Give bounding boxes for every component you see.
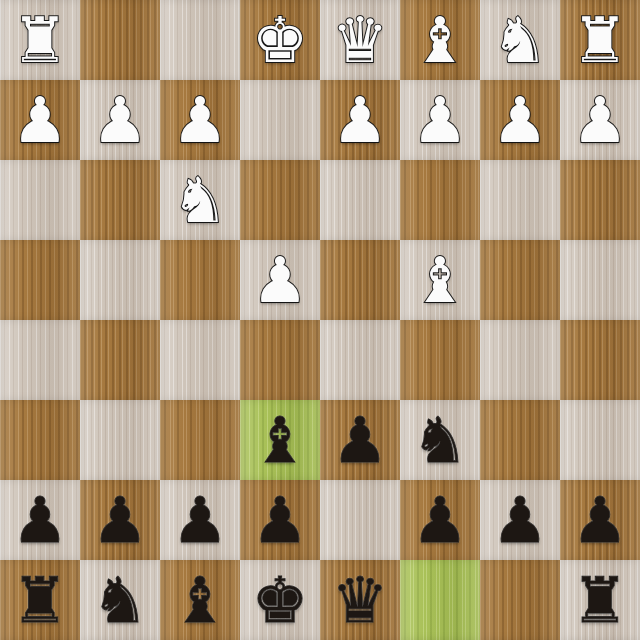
- square-g2[interactable]: ♟: [80, 80, 160, 160]
- square-h8[interactable]: ♜: [0, 560, 80, 640]
- square-f1[interactable]: [160, 0, 240, 80]
- square-b3[interactable]: [480, 160, 560, 240]
- square-g5[interactable]: [80, 320, 160, 400]
- square-h7[interactable]: ♟: [0, 480, 80, 560]
- square-f4[interactable]: [160, 240, 240, 320]
- square-d8[interactable]: ♛: [320, 560, 400, 640]
- piece-black-pawn[interactable]: ♟: [572, 489, 628, 552]
- piece-white-pawn[interactable]: ♟: [332, 89, 388, 152]
- piece-black-pawn[interactable]: ♟: [332, 409, 388, 472]
- piece-black-knight[interactable]: ♞: [412, 409, 468, 472]
- square-e6[interactable]: ♝: [240, 400, 320, 480]
- square-c7[interactable]: ♟: [400, 480, 480, 560]
- square-d1[interactable]: ♛: [320, 0, 400, 80]
- piece-black-bishop[interactable]: ♝: [172, 569, 228, 632]
- piece-black-rook[interactable]: ♜: [572, 569, 628, 632]
- piece-white-pawn[interactable]: ♟: [172, 89, 228, 152]
- piece-black-pawn[interactable]: ♟: [12, 489, 68, 552]
- piece-black-rook[interactable]: ♜: [12, 569, 68, 632]
- square-h3[interactable]: [0, 160, 80, 240]
- piece-white-pawn[interactable]: ♟: [92, 89, 148, 152]
- piece-white-pawn[interactable]: ♟: [412, 89, 468, 152]
- square-b4[interactable]: [480, 240, 560, 320]
- piece-black-pawn[interactable]: ♟: [252, 489, 308, 552]
- square-f8[interactable]: ♝: [160, 560, 240, 640]
- square-c3[interactable]: [400, 160, 480, 240]
- piece-black-bishop[interactable]: ♝: [252, 409, 308, 472]
- square-a7[interactable]: ♟: [560, 480, 640, 560]
- square-f2[interactable]: ♟: [160, 80, 240, 160]
- square-d4[interactable]: [320, 240, 400, 320]
- square-c2[interactable]: ♟: [400, 80, 480, 160]
- square-e2[interactable]: [240, 80, 320, 160]
- square-h6[interactable]: [0, 400, 80, 480]
- square-g6[interactable]: [80, 400, 160, 480]
- square-h5[interactable]: [0, 320, 80, 400]
- square-c6[interactable]: ♞: [400, 400, 480, 480]
- piece-white-bishop[interactable]: ♝: [412, 9, 468, 72]
- square-d5[interactable]: [320, 320, 400, 400]
- square-f7[interactable]: ♟: [160, 480, 240, 560]
- square-e1[interactable]: ♚: [240, 0, 320, 80]
- square-a2[interactable]: ♟: [560, 80, 640, 160]
- square-a1[interactable]: ♜: [560, 0, 640, 80]
- square-d6[interactable]: ♟: [320, 400, 400, 480]
- piece-white-pawn[interactable]: ♟: [572, 89, 628, 152]
- square-h1[interactable]: ♜: [0, 0, 80, 80]
- square-a4[interactable]: [560, 240, 640, 320]
- piece-white-king[interactable]: ♚: [252, 9, 308, 72]
- piece-white-pawn[interactable]: ♟: [12, 89, 68, 152]
- square-d2[interactable]: ♟: [320, 80, 400, 160]
- piece-white-rook[interactable]: ♜: [572, 9, 628, 72]
- square-f6[interactable]: [160, 400, 240, 480]
- piece-black-pawn[interactable]: ♟: [412, 489, 468, 552]
- square-a3[interactable]: [560, 160, 640, 240]
- square-g3[interactable]: [80, 160, 160, 240]
- piece-white-pawn[interactable]: ♟: [252, 249, 308, 312]
- piece-white-knight[interactable]: ♞: [172, 169, 228, 232]
- square-c5[interactable]: [400, 320, 480, 400]
- square-b5[interactable]: [480, 320, 560, 400]
- square-g1[interactable]: [80, 0, 160, 80]
- square-c4[interactable]: ♝: [400, 240, 480, 320]
- square-e4[interactable]: ♟: [240, 240, 320, 320]
- square-f3[interactable]: ♞: [160, 160, 240, 240]
- square-e7[interactable]: ♟: [240, 480, 320, 560]
- square-f5[interactable]: [160, 320, 240, 400]
- piece-white-bishop[interactable]: ♝: [412, 249, 468, 312]
- piece-black-pawn[interactable]: ♟: [172, 489, 228, 552]
- piece-white-knight[interactable]: ♞: [492, 9, 548, 72]
- square-a8[interactable]: ♜: [560, 560, 640, 640]
- square-g4[interactable]: [80, 240, 160, 320]
- square-b2[interactable]: ♟: [480, 80, 560, 160]
- square-b1[interactable]: ♞: [480, 0, 560, 80]
- square-e8[interactable]: ♚: [240, 560, 320, 640]
- piece-black-king[interactable]: ♚: [252, 569, 308, 632]
- piece-white-pawn[interactable]: ♟: [492, 89, 548, 152]
- square-b7[interactable]: ♟: [480, 480, 560, 560]
- square-e5[interactable]: [240, 320, 320, 400]
- square-g7[interactable]: ♟: [80, 480, 160, 560]
- square-d3[interactable]: [320, 160, 400, 240]
- square-e3[interactable]: [240, 160, 320, 240]
- piece-white-queen[interactable]: ♛: [332, 9, 388, 72]
- piece-white-rook[interactable]: ♜: [12, 9, 68, 72]
- square-a6[interactable]: [560, 400, 640, 480]
- square-h2[interactable]: ♟: [0, 80, 80, 160]
- square-h4[interactable]: [0, 240, 80, 320]
- piece-black-pawn[interactable]: ♟: [492, 489, 548, 552]
- square-c8[interactable]: [400, 560, 480, 640]
- chess-board-container: ♜♚♛♝♞♜♟♟♟♟♟♟♟♞♟♝♝♟♞♟♟♟♟♟♟♟♜♞♝♚♛♜: [0, 0, 640, 640]
- square-b6[interactable]: [480, 400, 560, 480]
- square-c1[interactable]: ♝: [400, 0, 480, 80]
- piece-black-knight[interactable]: ♞: [92, 569, 148, 632]
- square-d7[interactable]: [320, 480, 400, 560]
- piece-black-pawn[interactable]: ♟: [92, 489, 148, 552]
- chess-board: ♜♚♛♝♞♜♟♟♟♟♟♟♟♞♟♝♝♟♞♟♟♟♟♟♟♟♜♞♝♚♛♜: [0, 0, 640, 640]
- square-g8[interactable]: ♞: [80, 560, 160, 640]
- square-a5[interactable]: [560, 320, 640, 400]
- square-b8[interactable]: [480, 560, 560, 640]
- piece-black-queen[interactable]: ♛: [332, 569, 388, 632]
